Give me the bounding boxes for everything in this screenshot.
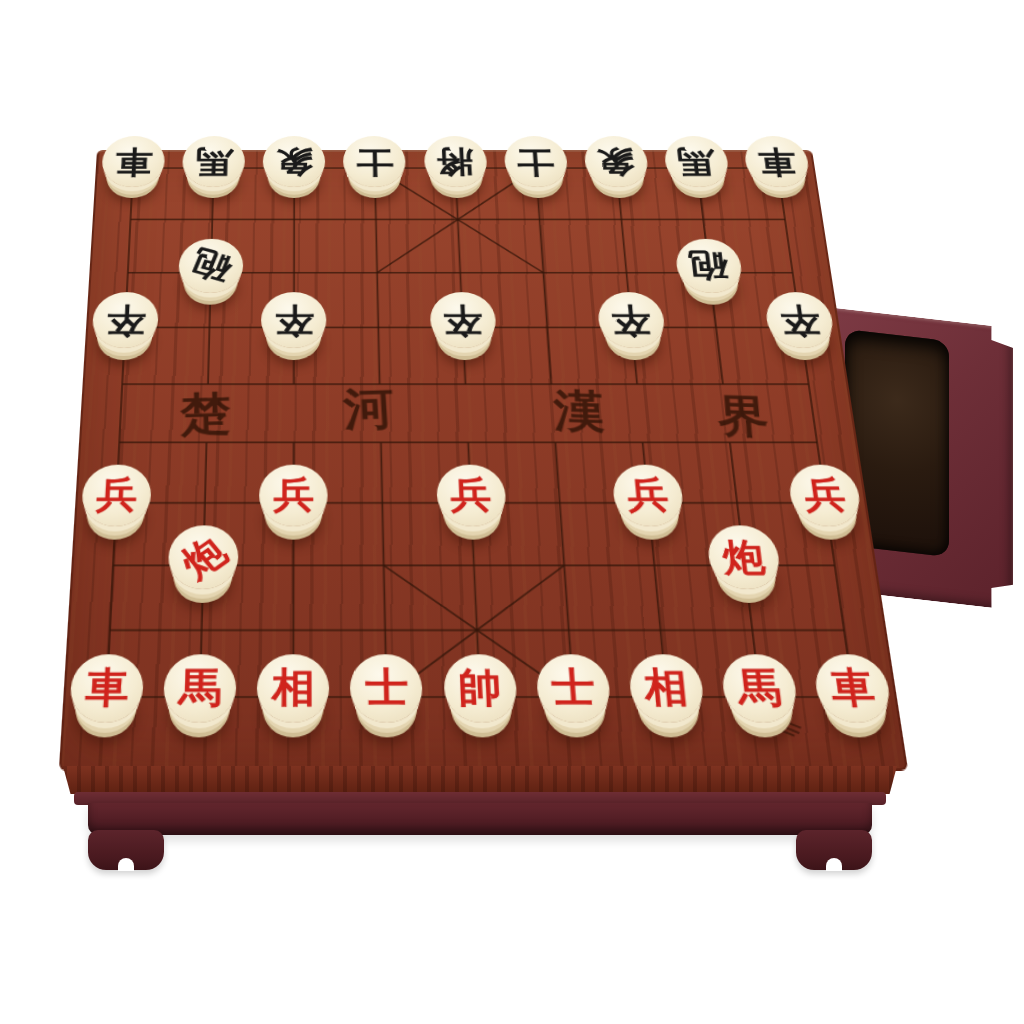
stand-left-foot [88, 830, 164, 870]
piece-glyph: 砲 [688, 250, 730, 282]
piece-glyph: 卒 [442, 304, 482, 337]
piece-black-general[interactable]: 將 [423, 136, 488, 187]
piece-glyph: 車 [756, 146, 798, 176]
piece-glyph: 將 [436, 146, 475, 176]
piece-red-advisor[interactable]: 士 [535, 654, 612, 722]
piece-red-chariot[interactable]: 車 [69, 654, 145, 722]
piece-black-cannon[interactable]: 砲 [178, 239, 244, 293]
piece-glyph: 砲 [187, 245, 236, 286]
piece-black-cannon[interactable]: 砲 [674, 239, 745, 293]
piece-glyph: 兵 [273, 477, 314, 514]
piece-black-advisor[interactable]: 士 [503, 136, 569, 187]
piece-red-soldier[interactable]: 兵 [786, 464, 863, 526]
piece-black-soldier[interactable]: 卒 [261, 292, 327, 348]
piece-red-elephant[interactable]: 相 [627, 654, 706, 722]
piece-black-soldier[interactable]: 卒 [91, 292, 159, 348]
piece-black-horse[interactable]: 馬 [662, 136, 730, 187]
piece-glyph: 兵 [802, 477, 848, 514]
piece-glyph: 象 [276, 146, 313, 176]
piece-glyph: 兵 [95, 477, 138, 514]
piece-black-advisor[interactable]: 士 [343, 136, 406, 187]
piece-black-elephant[interactable]: 象 [263, 136, 326, 187]
piece-glyph: 炮 [721, 538, 767, 576]
piece-glyph: 士 [356, 146, 394, 176]
piece-glyph: 象 [596, 146, 636, 176]
stand-right-foot [796, 830, 872, 870]
piece-glyph: 車 [828, 668, 877, 709]
piece-black-soldier[interactable]: 卒 [596, 292, 667, 348]
piece-glyph: 相 [272, 668, 315, 709]
piece-red-horse[interactable]: 馬 [163, 654, 237, 722]
piece-red-cannon[interactable]: 炮 [705, 526, 782, 590]
product-photo-stage: 楚 河 漢 界 車馬象士將士象馬車砲砲卒卒卒卒卒兵兵兵兵兵炮炮車馬相士帥士相馬車 [0, 0, 1024, 1024]
piece-red-chariot[interactable]: 車 [812, 654, 894, 722]
piece-glyph: 兵 [626, 477, 670, 514]
piece-red-horse[interactable]: 馬 [719, 654, 799, 722]
piece-glyph: 馬 [735, 668, 783, 709]
piece-red-general[interactable]: 帥 [442, 654, 517, 722]
piece-red-soldier[interactable]: 兵 [81, 464, 153, 526]
piece-glyph: 卒 [610, 304, 652, 337]
piece-red-advisor[interactable]: 士 [350, 654, 424, 722]
piece-glyph: 車 [114, 146, 153, 176]
piece-red-soldier[interactable]: 兵 [611, 464, 685, 526]
piece-glyph: 卒 [778, 304, 822, 337]
piece-glyph: 士 [550, 668, 596, 709]
piece-black-elephant[interactable]: 象 [583, 136, 650, 187]
piece-glyph: 馬 [178, 668, 222, 709]
piece-glyph: 兵 [449, 477, 492, 514]
piece-glyph: 士 [365, 668, 409, 709]
piece-glyph: 帥 [457, 668, 502, 709]
piece-glyph: 卒 [274, 304, 313, 337]
piece-black-horse[interactable]: 馬 [182, 136, 246, 187]
piece-glyph: 馬 [195, 146, 233, 176]
board-scene: 楚 河 漢 界 車馬象士將士象馬車砲砲卒卒卒卒卒兵兵兵兵兵炮炮車馬相士帥士相馬車 [0, 0, 1024, 1024]
piece-glyph: 相 [643, 668, 690, 709]
piece-black-soldier[interactable]: 卒 [429, 292, 497, 348]
piece-glyph: 卒 [105, 304, 146, 337]
pieces-layer: 車馬象士將士象馬車砲砲卒卒卒卒卒兵兵兵兵兵炮炮車馬相士帥士相馬車 [59, 150, 908, 771]
piece-red-cannon[interactable]: 炮 [168, 526, 239, 590]
piece-glyph: 馬 [676, 146, 717, 176]
piece-red-elephant[interactable]: 相 [257, 654, 330, 722]
piece-glyph: 士 [516, 146, 555, 176]
piece-black-chariot[interactable]: 車 [742, 136, 812, 187]
piece-red-soldier[interactable]: 兵 [435, 464, 506, 526]
board-front-edge [63, 766, 897, 794]
piece-glyph: 車 [84, 668, 129, 709]
stand-apron [88, 803, 872, 835]
piece-black-soldier[interactable]: 卒 [763, 292, 836, 348]
piece-red-soldier[interactable]: 兵 [259, 464, 328, 526]
xiangqi-board: 楚 河 漢 界 車馬象士將士象馬車砲砲卒卒卒卒卒兵兵兵兵兵炮炮車馬相士帥士相馬車 [59, 150, 908, 771]
piece-glyph: 炮 [174, 531, 232, 584]
piece-black-chariot[interactable]: 車 [101, 136, 166, 187]
